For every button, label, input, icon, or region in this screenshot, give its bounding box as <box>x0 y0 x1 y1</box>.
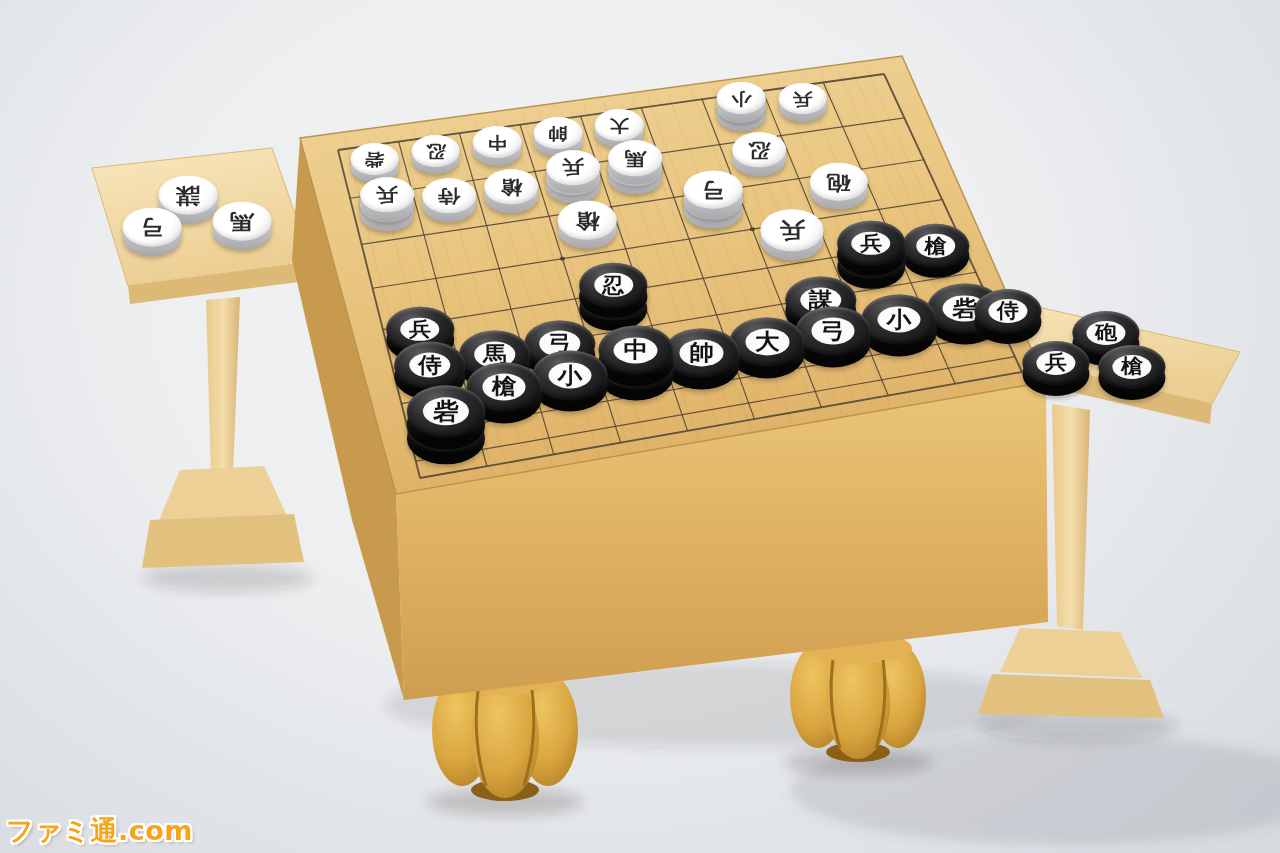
white-piece-shinobi[interactable]: 忍 <box>732 133 786 168</box>
piece-label: 槍 <box>916 234 955 258</box>
studio-scene: 砦忍中帥大小兵兵侍槍兵馬忍槍弓砲兵兵忍兵槍侍馬弓謀槍小中帥大弓小砦砦謀弓馬侍砲兵… <box>0 0 1280 853</box>
piece-kanji: 大 <box>609 116 629 133</box>
piece-kanji: 馬 <box>624 149 646 168</box>
piece-kanji: 兵 <box>562 158 584 177</box>
white-piece-yari[interactable]: 槍 <box>484 169 538 204</box>
piece-label: 弓 <box>811 317 855 344</box>
white-piece-yumi[interactable]: 弓 <box>123 208 182 247</box>
white-piece-yari[interactable]: 槍 <box>558 201 617 239</box>
cell-r8c2[interactable] <box>385 487 471 552</box>
piece-kanji: 兵 <box>409 319 431 339</box>
piece-label: 小 <box>548 362 592 389</box>
piece-top: 帥 <box>664 328 739 377</box>
piece-kanji: 槍 <box>500 178 522 197</box>
piece-kanji: 馬 <box>230 211 254 231</box>
piece-kanji: 小 <box>887 308 912 330</box>
left-stand-base-upper <box>158 466 288 523</box>
black-piece-shosho[interactable]: 小 <box>532 351 607 400</box>
white-piece-shinobi[interactable]: 忍 <box>411 135 460 167</box>
black-piece-samurai[interactable]: 侍 <box>394 342 465 389</box>
cell-r2c3[interactable] <box>472 256 532 289</box>
white-piece-chujo[interactable]: 中 <box>473 126 522 158</box>
piece-kanji: 弓 <box>140 217 164 237</box>
piece-kanji: 砦 <box>952 297 977 319</box>
piece-top: 大 <box>595 109 644 141</box>
piece-kanji: 弓 <box>701 180 725 200</box>
piece-kanji: 忍 <box>426 142 446 159</box>
piece-top: 弓 <box>123 208 182 247</box>
cell-r2c6[interactable] <box>641 244 706 275</box>
piece-top: 侍 <box>422 178 476 213</box>
piece-label: 槍 <box>482 373 526 400</box>
piece-kanji: 兵 <box>376 186 398 205</box>
piece-kanji: 謀 <box>176 185 200 205</box>
piece-top: 槍 <box>1098 345 1165 389</box>
piece-kanji: 小 <box>558 364 583 386</box>
piece-kanji: 帥 <box>548 125 568 142</box>
right-stand-column <box>1052 404 1090 630</box>
white-piece-hei[interactable]: 兵 <box>546 150 600 185</box>
piece-label: 侍 <box>989 299 1028 323</box>
cell-r9c3[interactable] <box>471 535 562 608</box>
piece-kanji: 槍 <box>575 210 599 230</box>
piece-label: 兵 <box>400 317 439 341</box>
piece-top: 侍 <box>974 289 1041 333</box>
black-piece-yari[interactable]: 槍 <box>902 223 969 267</box>
piece-label: 槍 <box>1113 355 1152 379</box>
black-piece-hei[interactable]: 兵 <box>1022 341 1089 385</box>
piece-kanji: 侍 <box>418 355 441 376</box>
piece-top: 砲 <box>809 162 868 200</box>
black-piece-yari[interactable]: 槍 <box>1098 345 1165 389</box>
piece-label: 忍 <box>594 273 633 297</box>
white-piece-taisho[interactable]: 大 <box>595 109 644 141</box>
right-stand-base-lower <box>978 674 1164 718</box>
piece-kanji: 忍 <box>602 275 624 295</box>
cell-r9c1[interactable] <box>283 552 384 628</box>
piece-kanji: 砲 <box>827 171 851 191</box>
cell-r2c2[interactable] <box>411 259 472 292</box>
white-piece-hei[interactable]: 兵 <box>778 83 827 115</box>
cell-r1c2[interactable] <box>414 233 472 263</box>
piece-top: 兵 <box>1022 341 1089 385</box>
black-piece-taisho[interactable]: 大 <box>730 317 805 366</box>
piece-label: 中 <box>614 337 658 364</box>
piece-kanji: 兵 <box>793 90 813 107</box>
cell-r6c1[interactable] <box>319 400 401 451</box>
piece-top: 侍 <box>394 342 465 389</box>
white-piece-toride[interactable]: 砦 <box>350 143 399 175</box>
piece-kanji: 弓 <box>821 320 846 342</box>
piece-top: 砦 <box>407 386 485 437</box>
cell-r7c4[interactable] <box>546 425 628 480</box>
right-board-leg <box>790 632 926 762</box>
piece-top: 弓 <box>796 306 871 355</box>
piece-top: 槍 <box>558 201 617 239</box>
piece-kanji: 兵 <box>1045 353 1067 373</box>
piece-kanji: 砦 <box>365 151 385 168</box>
left-stand-column <box>206 297 240 474</box>
cell-r1c3[interactable] <box>472 230 529 260</box>
cell-r3c3[interactable] <box>472 284 535 320</box>
white-piece-shosho[interactable]: 小 <box>717 82 766 114</box>
piece-top: 小 <box>861 295 936 344</box>
white-piece-hei[interactable]: 兵 <box>360 177 414 212</box>
piece-kanji: 大 <box>755 331 780 353</box>
piece-kanji: 兵 <box>779 219 805 241</box>
piece-label: 小 <box>877 306 921 333</box>
piece-top: 帥 <box>534 117 583 149</box>
cell-r8c1[interactable] <box>297 495 391 561</box>
white-piece-hou[interactable]: 砲 <box>809 162 868 200</box>
piece-top: 中 <box>473 126 522 158</box>
piece-label: 兵 <box>1037 351 1076 375</box>
piece-kanji: 中 <box>487 134 507 151</box>
piece-kanji: 槍 <box>925 236 947 256</box>
piece-top: 兵 <box>778 83 827 115</box>
black-piece-chujo[interactable]: 中 <box>598 326 673 375</box>
black-piece-hei[interactable]: 兵 <box>837 221 904 265</box>
white-piece-uma[interactable]: 馬 <box>213 202 272 241</box>
white-piece-samurai[interactable]: 侍 <box>422 178 476 213</box>
piece-top: 兵 <box>546 150 600 185</box>
cell-r5c1[interactable] <box>328 360 405 406</box>
white-piece-sui[interactable]: 帥 <box>534 117 583 149</box>
piece-label: 砦 <box>423 397 468 425</box>
left-stand-shadow <box>143 564 313 592</box>
piece-label: 大 <box>746 329 790 356</box>
piece-top: 兵 <box>360 177 414 212</box>
black-piece-shinobi[interactable]: 忍 <box>580 263 647 307</box>
piece-kanji: 中 <box>623 339 648 361</box>
piece-label: 砲 <box>1087 321 1126 345</box>
piece-label: 兵 <box>852 231 891 255</box>
famitsu-watermark: ファミ通.com <box>6 813 193 849</box>
piece-kanji: 帥 <box>689 342 714 364</box>
piece-kanji: 砦 <box>433 400 459 423</box>
cell-r1c6[interactable] <box>634 219 696 248</box>
white-piece-uma[interactable]: 馬 <box>608 141 662 176</box>
black-piece-samurai[interactable]: 侍 <box>974 289 1041 333</box>
piece-top: 忍 <box>411 135 460 167</box>
piece-top: 小 <box>532 351 607 400</box>
piece-top: 忍 <box>732 133 786 168</box>
piece-kanji: 槍 <box>1121 357 1143 377</box>
piece-kanji: 槍 <box>492 376 517 398</box>
right-stand-base-upper <box>1000 628 1142 678</box>
piece-top: 馬 <box>608 141 662 176</box>
piece-kanji: 砲 <box>1095 323 1117 343</box>
cell-r8c3[interactable] <box>471 480 555 544</box>
piece-kanji: 小 <box>732 90 752 107</box>
piece-kanji: 侍 <box>997 301 1019 321</box>
piece-kanji: 忍 <box>748 141 770 160</box>
black-piece-yumi[interactable]: 弓 <box>796 306 871 355</box>
piece-label: 侍 <box>409 353 450 378</box>
left-stand-base-lower <box>142 514 304 568</box>
black-piece-toride[interactable]: 砦 <box>407 386 485 437</box>
piece-top: 馬 <box>213 202 272 241</box>
black-piece-shosho[interactable]: 小 <box>861 295 936 344</box>
cell-r8c5[interactable] <box>628 465 719 526</box>
piece-top: 大 <box>730 317 805 366</box>
cell-r8c4[interactable] <box>550 472 638 535</box>
piece-kanji: 侍 <box>438 187 460 206</box>
cell-r7c5[interactable] <box>619 418 704 472</box>
cell-r7c1[interactable] <box>309 445 396 503</box>
piece-kanji: 兵 <box>860 233 882 253</box>
piece-label: 帥 <box>680 340 724 367</box>
white-piece-hei[interactable]: 兵 <box>760 209 823 250</box>
piece-top: 中 <box>598 326 673 375</box>
piece-top: 槍 <box>484 169 538 204</box>
cell-r9c4[interactable] <box>555 526 650 598</box>
piece-top: 砦 <box>350 143 399 175</box>
piece-top: 弓 <box>684 171 743 209</box>
cell-r9c2[interactable] <box>378 543 471 618</box>
piece-top: 小 <box>717 82 766 114</box>
white-piece-yumi[interactable]: 弓 <box>684 171 743 209</box>
black-piece-sui[interactable]: 帥 <box>664 328 739 377</box>
